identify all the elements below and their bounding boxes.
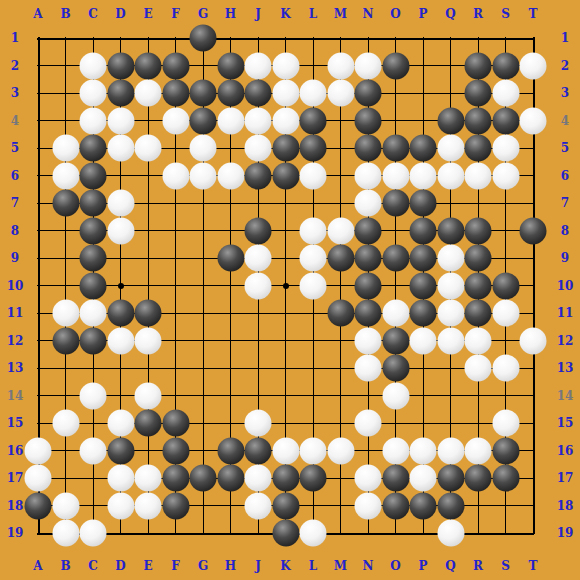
white-stone[interactable] (190, 135, 217, 162)
row-label-left: 14 (7, 390, 24, 402)
row-label-right: 13 (557, 362, 574, 374)
white-stone[interactable] (465, 162, 492, 189)
white-stone[interactable] (25, 437, 52, 464)
black-stone[interactable] (135, 410, 162, 437)
white-stone[interactable] (355, 355, 382, 382)
white-stone[interactable] (520, 107, 547, 134)
black-stone[interactable] (465, 135, 492, 162)
black-stone[interactable] (437, 492, 464, 519)
black-stone[interactable] (162, 492, 189, 519)
white-stone[interactable] (217, 107, 244, 134)
white-stone[interactable] (107, 135, 134, 162)
white-stone[interactable] (492, 80, 519, 107)
white-stone[interactable] (272, 52, 299, 79)
black-stone[interactable] (492, 52, 519, 79)
black-stone[interactable] (80, 190, 107, 217)
black-stone[interactable] (300, 465, 327, 492)
black-stone[interactable] (410, 135, 437, 162)
column-label-top: J (255, 8, 261, 20)
white-stone[interactable] (245, 465, 272, 492)
white-stone[interactable] (437, 272, 464, 299)
white-stone[interactable] (80, 382, 107, 409)
black-stone[interactable] (80, 245, 107, 272)
row-label-left: 1 (11, 32, 19, 44)
column-label-bottom: J (255, 560, 261, 572)
black-stone[interactable] (300, 107, 327, 134)
white-stone[interactable] (355, 190, 382, 217)
row-label-left: 5 (11, 142, 19, 154)
white-stone[interactable] (355, 465, 382, 492)
row-label-right: 10 (557, 280, 574, 292)
white-stone[interactable] (272, 107, 299, 134)
white-stone[interactable] (520, 52, 547, 79)
white-stone[interactable] (492, 355, 519, 382)
black-stone[interactable] (492, 465, 519, 492)
white-stone[interactable] (135, 492, 162, 519)
column-label-bottom: B (60, 560, 70, 572)
black-stone[interactable] (465, 465, 492, 492)
black-stone[interactable] (300, 135, 327, 162)
row-label-right: 8 (561, 225, 569, 237)
black-stone[interactable] (410, 190, 437, 217)
black-stone[interactable] (465, 217, 492, 244)
column-label-top: R (473, 8, 483, 20)
white-stone[interactable] (382, 162, 409, 189)
star-point (118, 283, 124, 289)
black-stone[interactable] (190, 80, 217, 107)
column-label-top: O (390, 8, 400, 20)
white-stone[interactable] (465, 327, 492, 354)
black-stone[interactable] (492, 437, 519, 464)
column-label-bottom: S (501, 560, 510, 572)
white-stone[interactable] (52, 410, 79, 437)
black-stone[interactable] (80, 272, 107, 299)
row-label-left: 13 (7, 362, 24, 374)
white-stone[interactable] (52, 520, 79, 547)
column-label-top: M (334, 8, 347, 20)
black-stone[interactable] (272, 520, 299, 547)
black-stone[interactable] (162, 80, 189, 107)
column-label-bottom: N (363, 560, 374, 572)
black-stone[interactable] (492, 272, 519, 299)
black-stone[interactable] (107, 300, 134, 327)
white-stone[interactable] (272, 80, 299, 107)
column-label-bottom: K (280, 560, 290, 572)
black-stone[interactable] (135, 300, 162, 327)
column-label-top: N (363, 8, 374, 20)
black-stone[interactable] (80, 135, 107, 162)
black-stone[interactable] (410, 272, 437, 299)
column-label-top: L (309, 8, 317, 20)
white-stone[interactable] (327, 52, 354, 79)
white-stone[interactable] (410, 437, 437, 464)
white-stone[interactable] (355, 52, 382, 79)
white-stone[interactable] (52, 162, 79, 189)
black-stone[interactable] (190, 25, 217, 52)
white-stone[interactable] (410, 162, 437, 189)
row-label-right: 17 (557, 472, 574, 484)
black-stone[interactable] (272, 162, 299, 189)
black-stone[interactable] (465, 107, 492, 134)
white-stone[interactable] (107, 217, 134, 244)
white-stone[interactable] (52, 135, 79, 162)
black-stone[interactable] (410, 245, 437, 272)
column-label-top: P (418, 8, 427, 20)
black-stone[interactable] (327, 245, 354, 272)
row-label-left: 18 (7, 500, 24, 512)
white-stone[interactable] (410, 327, 437, 354)
row-label-left: 11 (7, 307, 24, 319)
black-stone[interactable] (382, 52, 409, 79)
black-stone[interactable] (162, 410, 189, 437)
white-stone[interactable] (107, 190, 134, 217)
white-stone[interactable] (492, 410, 519, 437)
black-stone[interactable] (217, 245, 244, 272)
black-stone[interactable] (107, 52, 134, 79)
white-stone[interactable] (355, 492, 382, 519)
black-stone[interactable] (410, 217, 437, 244)
black-stone[interactable] (52, 190, 79, 217)
column-label-bottom: Q (445, 560, 455, 572)
white-stone[interactable] (437, 162, 464, 189)
black-stone[interactable] (107, 80, 134, 107)
white-stone[interactable] (80, 520, 107, 547)
black-stone[interactable] (437, 107, 464, 134)
column-label-top: F (171, 8, 180, 20)
white-stone[interactable] (327, 437, 354, 464)
row-label-right: 12 (557, 335, 574, 347)
white-stone[interactable] (190, 162, 217, 189)
black-stone[interactable] (465, 52, 492, 79)
white-stone[interactable] (162, 162, 189, 189)
white-stone[interactable] (520, 327, 547, 354)
black-stone[interactable] (355, 135, 382, 162)
column-label-bottom: L (309, 560, 317, 572)
white-stone[interactable] (355, 162, 382, 189)
column-label-bottom: G (198, 560, 208, 572)
row-label-left: 10 (7, 280, 24, 292)
black-stone[interactable] (382, 245, 409, 272)
white-stone[interactable] (135, 382, 162, 409)
black-stone[interactable] (245, 80, 272, 107)
column-label-top: G (198, 8, 208, 20)
black-stone[interactable] (382, 492, 409, 519)
row-label-right: 11 (557, 307, 574, 319)
black-stone[interactable] (382, 327, 409, 354)
white-stone[interactable] (437, 245, 464, 272)
column-label-bottom: O (390, 560, 400, 572)
white-stone[interactable] (245, 107, 272, 134)
column-label-bottom: R (473, 560, 483, 572)
column-label-bottom: P (418, 560, 427, 572)
black-stone[interactable] (190, 465, 217, 492)
white-stone[interactable] (437, 300, 464, 327)
black-stone[interactable] (355, 107, 382, 134)
column-label-top: C (88, 8, 98, 20)
black-stone[interactable] (272, 135, 299, 162)
row-label-left: 19 (7, 527, 24, 539)
column-label-top: B (60, 8, 70, 20)
row-label-right: 6 (561, 170, 569, 182)
white-stone[interactable] (355, 327, 382, 354)
row-label-left: 7 (11, 197, 19, 209)
white-stone[interactable] (25, 465, 52, 492)
black-stone[interactable] (245, 162, 272, 189)
row-label-left: 9 (11, 252, 19, 264)
white-stone[interactable] (245, 492, 272, 519)
black-stone[interactable] (465, 272, 492, 299)
black-stone[interactable] (245, 437, 272, 464)
black-stone[interactable] (355, 80, 382, 107)
column-label-top: H (225, 8, 236, 20)
row-label-right: 9 (561, 252, 569, 264)
black-stone[interactable] (190, 107, 217, 134)
white-stone[interactable] (437, 135, 464, 162)
white-stone[interactable] (107, 107, 134, 134)
row-label-left: 8 (11, 225, 19, 237)
column-label-bottom: F (171, 560, 180, 572)
white-stone[interactable] (437, 327, 464, 354)
black-stone[interactable] (162, 52, 189, 79)
black-stone[interactable] (245, 217, 272, 244)
row-label-right: 4 (561, 115, 569, 127)
black-stone[interactable] (465, 245, 492, 272)
column-label-top: S (501, 8, 510, 20)
white-stone[interactable] (382, 437, 409, 464)
white-stone[interactable] (80, 52, 107, 79)
row-label-right: 18 (557, 500, 574, 512)
white-stone[interactable] (107, 327, 134, 354)
star-point (283, 283, 289, 289)
black-stone[interactable] (217, 465, 244, 492)
white-stone[interactable] (327, 80, 354, 107)
white-stone[interactable] (135, 80, 162, 107)
black-stone[interactable] (135, 52, 162, 79)
white-stone[interactable] (465, 355, 492, 382)
grid-hline (37, 368, 534, 369)
white-stone[interactable] (382, 382, 409, 409)
black-stone[interactable] (162, 437, 189, 464)
row-label-left: 3 (11, 87, 19, 99)
black-stone[interactable] (410, 300, 437, 327)
white-stone[interactable] (245, 52, 272, 79)
column-label-bottom: D (115, 560, 125, 572)
row-label-left: 2 (11, 60, 19, 72)
column-label-top: A (33, 8, 42, 20)
row-label-left: 16 (7, 445, 24, 457)
black-stone[interactable] (382, 465, 409, 492)
column-label-bottom: T (529, 560, 538, 572)
black-stone[interactable] (327, 300, 354, 327)
white-stone[interactable] (327, 217, 354, 244)
black-stone[interactable] (382, 190, 409, 217)
white-stone[interactable] (135, 327, 162, 354)
white-stone[interactable] (382, 300, 409, 327)
row-label-left: 15 (7, 417, 24, 429)
row-label-left: 4 (11, 115, 19, 127)
white-stone[interactable] (245, 410, 272, 437)
row-label-right: 19 (557, 527, 574, 539)
white-stone[interactable] (80, 300, 107, 327)
black-stone[interactable] (492, 107, 519, 134)
white-stone[interactable] (162, 107, 189, 134)
white-stone[interactable] (300, 245, 327, 272)
white-stone[interactable] (355, 410, 382, 437)
white-stone[interactable] (107, 465, 134, 492)
white-stone[interactable] (52, 300, 79, 327)
column-label-top: T (529, 8, 538, 20)
white-stone[interactable] (245, 245, 272, 272)
white-stone[interactable] (245, 272, 272, 299)
white-stone[interactable] (107, 492, 134, 519)
row-label-right: 15 (557, 417, 574, 429)
black-stone[interactable] (465, 300, 492, 327)
white-stone[interactable] (217, 162, 244, 189)
black-stone[interactable] (410, 492, 437, 519)
black-stone[interactable] (437, 217, 464, 244)
column-label-bottom: M (334, 560, 347, 572)
row-label-right: 7 (561, 197, 569, 209)
white-stone[interactable] (300, 217, 327, 244)
column-label-bottom: H (225, 560, 236, 572)
white-stone[interactable] (80, 80, 107, 107)
white-stone[interactable] (300, 520, 327, 547)
black-stone[interactable] (80, 327, 107, 354)
black-stone[interactable] (217, 437, 244, 464)
black-stone[interactable] (520, 217, 547, 244)
column-label-top: D (115, 8, 125, 20)
row-label-right: 3 (561, 87, 569, 99)
row-label-left: 12 (7, 335, 24, 347)
black-stone[interactable] (217, 80, 244, 107)
black-stone[interactable] (52, 327, 79, 354)
white-stone[interactable] (245, 135, 272, 162)
white-stone[interactable] (80, 437, 107, 464)
grid-hline (37, 395, 534, 396)
black-stone[interactable] (437, 465, 464, 492)
black-stone[interactable] (355, 272, 382, 299)
row-label-right: 2 (561, 60, 569, 72)
black-stone[interactable] (355, 300, 382, 327)
column-label-bottom: A (33, 560, 42, 572)
white-stone[interactable] (437, 437, 464, 464)
black-stone[interactable] (107, 437, 134, 464)
row-label-right: 16 (557, 445, 574, 457)
column-label-bottom: E (143, 560, 152, 572)
black-stone[interactable] (80, 162, 107, 189)
black-stone[interactable] (355, 217, 382, 244)
white-stone[interactable] (300, 80, 327, 107)
white-stone[interactable] (465, 437, 492, 464)
black-stone[interactable] (162, 465, 189, 492)
black-stone[interactable] (272, 465, 299, 492)
white-stone[interactable] (135, 465, 162, 492)
white-stone[interactable] (437, 520, 464, 547)
black-stone[interactable] (80, 217, 107, 244)
column-label-top: Q (445, 8, 455, 20)
black-stone[interactable] (382, 135, 409, 162)
white-stone[interactable] (410, 465, 437, 492)
black-stone[interactable] (465, 80, 492, 107)
column-label-top: K (280, 8, 290, 20)
black-stone[interactable] (217, 52, 244, 79)
row-label-right: 1 (561, 32, 569, 44)
row-label-left: 17 (7, 472, 24, 484)
row-label-left: 6 (11, 170, 19, 182)
black-stone[interactable] (355, 245, 382, 272)
white-stone[interactable] (135, 135, 162, 162)
row-label-right: 5 (561, 142, 569, 154)
white-stone[interactable] (300, 162, 327, 189)
white-stone[interactable] (300, 437, 327, 464)
white-stone[interactable] (492, 162, 519, 189)
column-label-bottom: C (88, 560, 98, 572)
white-stone[interactable] (300, 272, 327, 299)
white-stone[interactable] (492, 135, 519, 162)
white-stone[interactable] (272, 437, 299, 464)
black-stone[interactable] (272, 492, 299, 519)
row-label-right: 14 (557, 390, 574, 402)
black-stone[interactable] (25, 492, 52, 519)
black-stone[interactable] (382, 355, 409, 382)
white-stone[interactable] (492, 300, 519, 327)
white-stone[interactable] (52, 492, 79, 519)
column-label-top: E (143, 8, 152, 20)
go-board[interactable]: AABBCCDDEEFFGGHHJJKKLLMMNNOOPPQQRRSSTT11… (0, 0, 580, 580)
white-stone[interactable] (80, 107, 107, 134)
white-stone[interactable] (107, 410, 134, 437)
